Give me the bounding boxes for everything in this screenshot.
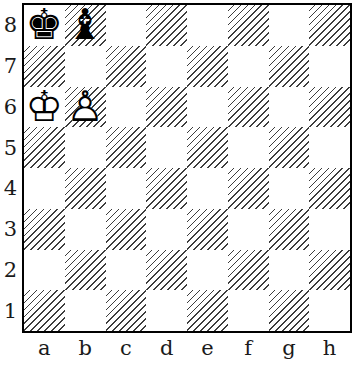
chess-board: ♚♝♚♔♟♙ xyxy=(22,3,352,333)
file-label-a: a xyxy=(24,333,65,363)
square-h5[interactable] xyxy=(309,127,350,168)
square-b6[interactable]: ♟♙ xyxy=(65,87,106,128)
square-d1[interactable] xyxy=(146,290,187,331)
square-b5[interactable] xyxy=(65,127,106,168)
square-d6[interactable] xyxy=(146,87,187,128)
piece-black-bishop[interactable]: ♝ xyxy=(65,5,106,46)
square-b8[interactable]: ♝ xyxy=(65,5,106,46)
square-b3[interactable] xyxy=(65,209,106,250)
square-c6[interactable] xyxy=(106,87,147,128)
square-e4[interactable] xyxy=(187,168,228,209)
square-a8[interactable]: ♚ xyxy=(24,5,65,46)
white-pawn-glyph: ♙ xyxy=(66,86,104,128)
square-b1[interactable] xyxy=(65,290,106,331)
square-b4[interactable] xyxy=(65,168,106,209)
square-g5[interactable] xyxy=(269,127,310,168)
file-labels: abcdefgh xyxy=(24,333,350,363)
square-e6[interactable] xyxy=(187,87,228,128)
file-label-g: g xyxy=(269,333,310,363)
square-a1[interactable] xyxy=(24,290,65,331)
square-f5[interactable] xyxy=(228,127,269,168)
square-g8[interactable] xyxy=(269,5,310,46)
white-king-glyph: ♔ xyxy=(26,86,64,128)
square-f2[interactable] xyxy=(228,250,269,291)
piece-white-king[interactable]: ♚♔ xyxy=(24,87,65,128)
square-d4[interactable] xyxy=(146,168,187,209)
square-a3[interactable] xyxy=(24,209,65,250)
square-g6[interactable] xyxy=(269,87,310,128)
square-h6[interactable] xyxy=(309,87,350,128)
file-label-c: c xyxy=(106,333,147,363)
square-g3[interactable] xyxy=(269,209,310,250)
square-h8[interactable] xyxy=(309,5,350,46)
square-f8[interactable] xyxy=(228,5,269,46)
file-label-d: d xyxy=(146,333,187,363)
square-h7[interactable] xyxy=(309,46,350,87)
rank-label-5: 5 xyxy=(0,127,21,168)
square-h1[interactable] xyxy=(309,290,350,331)
square-a6[interactable]: ♚♔ xyxy=(24,87,65,128)
square-c8[interactable] xyxy=(106,5,147,46)
chess-diagram: 87654321 ♚♝♚♔♟♙ abcdefgh xyxy=(0,0,356,365)
square-e2[interactable] xyxy=(187,250,228,291)
piece-white-pawn[interactable]: ♟♙ xyxy=(65,87,106,128)
rank-label-1: 1 xyxy=(0,290,21,331)
square-d5[interactable] xyxy=(146,127,187,168)
square-e7[interactable] xyxy=(187,46,228,87)
square-e5[interactable] xyxy=(187,127,228,168)
square-c4[interactable] xyxy=(106,168,147,209)
square-c3[interactable] xyxy=(106,209,147,250)
square-a2[interactable] xyxy=(24,250,65,291)
square-c1[interactable] xyxy=(106,290,147,331)
square-c5[interactable] xyxy=(106,127,147,168)
square-d8[interactable] xyxy=(146,5,187,46)
square-d7[interactable] xyxy=(146,46,187,87)
square-e8[interactable] xyxy=(187,5,228,46)
file-label-h: h xyxy=(309,333,350,363)
square-f3[interactable] xyxy=(228,209,269,250)
square-c2[interactable] xyxy=(106,250,147,291)
black-bishop-glyph: ♝ xyxy=(66,4,104,46)
square-g4[interactable] xyxy=(269,168,310,209)
square-c7[interactable] xyxy=(106,46,147,87)
piece-black-king[interactable]: ♚ xyxy=(24,5,65,46)
square-b7[interactable] xyxy=(65,46,106,87)
rank-label-7: 7 xyxy=(0,46,21,87)
rank-label-2: 2 xyxy=(0,250,21,291)
square-b2[interactable] xyxy=(65,250,106,291)
rank-labels: 87654321 xyxy=(0,5,21,331)
square-e1[interactable] xyxy=(187,290,228,331)
square-g1[interactable] xyxy=(269,290,310,331)
square-a5[interactable] xyxy=(24,127,65,168)
square-h2[interactable] xyxy=(309,250,350,291)
rank-label-3: 3 xyxy=(0,209,21,250)
square-d3[interactable] xyxy=(146,209,187,250)
black-king-glyph: ♚ xyxy=(26,4,64,46)
square-a4[interactable] xyxy=(24,168,65,209)
rank-label-6: 6 xyxy=(0,87,21,128)
square-g7[interactable] xyxy=(269,46,310,87)
square-f7[interactable] xyxy=(228,46,269,87)
square-e3[interactable] xyxy=(187,209,228,250)
rank-label-4: 4 xyxy=(0,168,21,209)
rank-label-8: 8 xyxy=(0,5,21,46)
file-label-b: b xyxy=(65,333,106,363)
square-d2[interactable] xyxy=(146,250,187,291)
file-label-e: e xyxy=(187,333,228,363)
square-f1[interactable] xyxy=(228,290,269,331)
file-label-f: f xyxy=(228,333,269,363)
square-h4[interactable] xyxy=(309,168,350,209)
square-f4[interactable] xyxy=(228,168,269,209)
square-g2[interactable] xyxy=(269,250,310,291)
square-a7[interactable] xyxy=(24,46,65,87)
square-f6[interactable] xyxy=(228,87,269,128)
square-h3[interactable] xyxy=(309,209,350,250)
